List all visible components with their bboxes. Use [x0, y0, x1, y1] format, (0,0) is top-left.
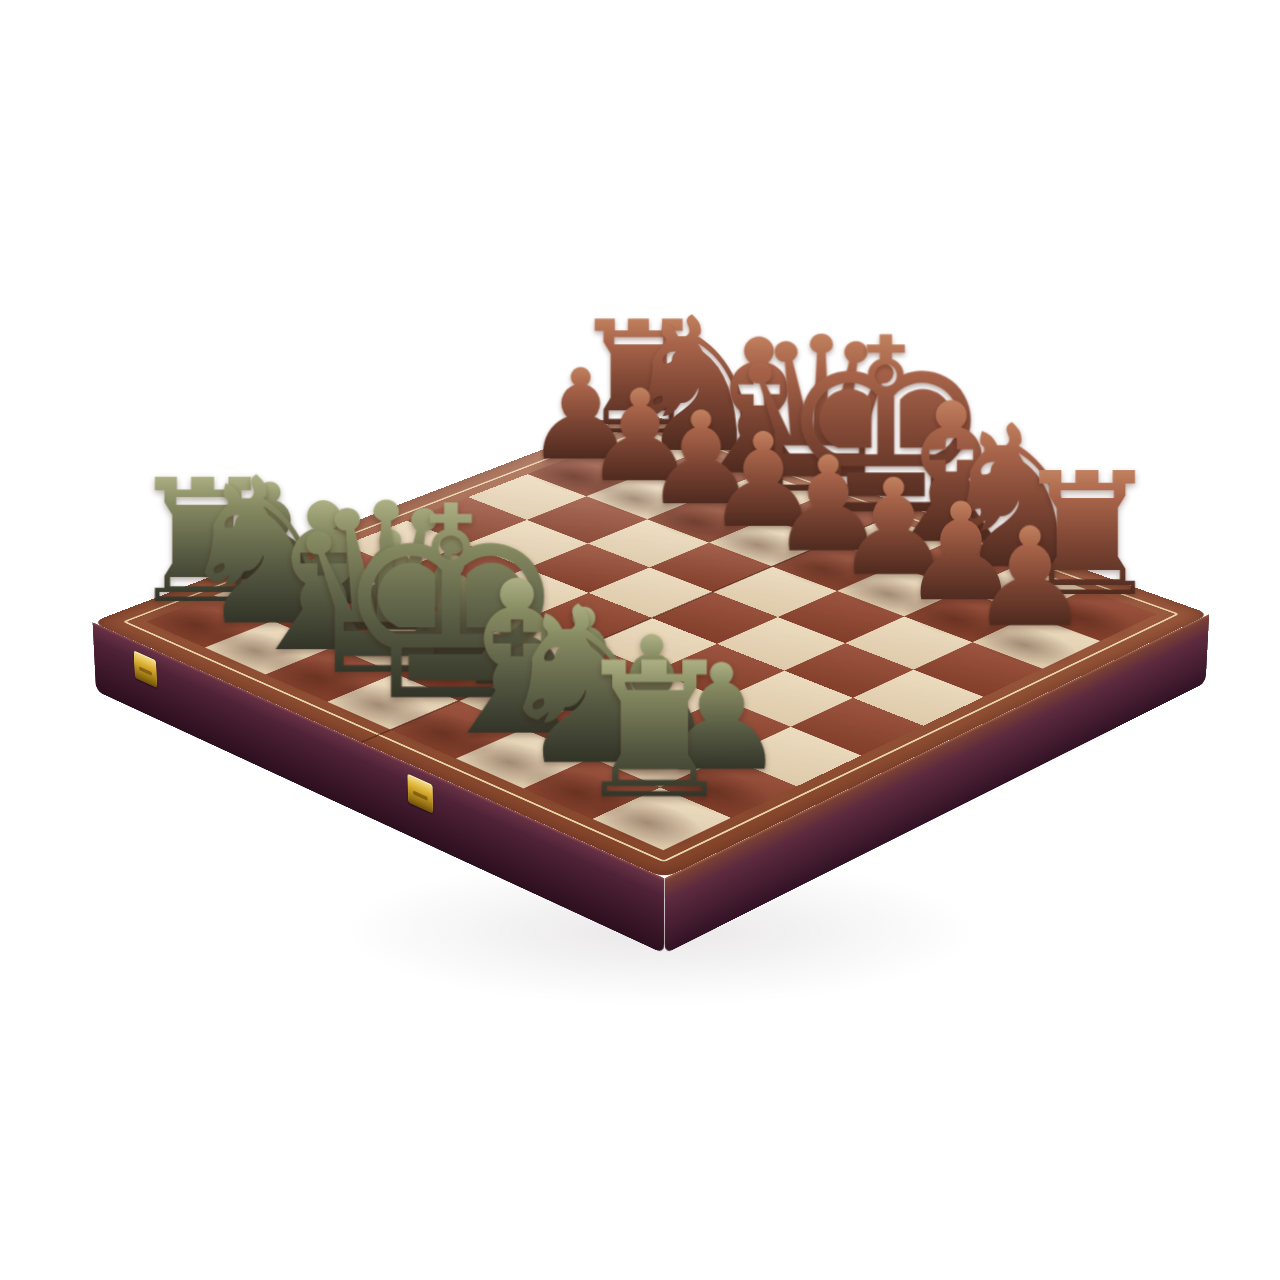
pawn-glyph: ♟: [899, 513, 1162, 643]
chessboard: ♜♞♝♛♚♝♞♜♟♟♟♟♟♟♟♟♟♟♟♟♟♟♟♟♜♞♝♛♚♝♞♜: [92, 411, 1209, 878]
gold-latch: [134, 650, 158, 688]
piece-black-brass-rook-h8[interactable]: ♜: [512, 643, 798, 821]
piece-white-copper-pawn-h2[interactable]: ♟: [899, 513, 1162, 643]
gold-latch: [408, 773, 434, 813]
board-grid: ♜♞♝♛♚♝♞♜♟♟♟♟♟♟♟♟♟♟♟♟♟♟♟♟♜♞♝♛♚♝♞♜: [146, 429, 1156, 850]
board-top: ♜♞♝♛♚♝♞♜♟♟♟♟♟♟♟♟♟♟♟♟♟♟♟♟♜♞♝♛♚♝♞♜: [92, 411, 1209, 878]
scene: ♜♞♝♛♚♝♞♜♟♟♟♟♟♟♟♟♟♟♟♟♟♟♟♟♜♞♝♛♚♝♞♜: [0, 0, 1280, 1280]
rook-glyph: ♜: [512, 643, 798, 821]
